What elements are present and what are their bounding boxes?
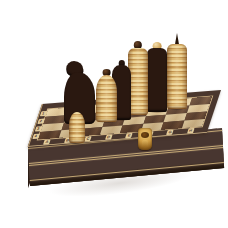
piece-body [167,44,187,109]
piece-body [147,48,167,112]
file-label: A [43,139,51,145]
chess-piece-light-queen [128,41,148,115]
board-square [161,121,184,130]
file-label: H [187,128,195,134]
board-square [38,130,61,139]
brass-clasp [138,128,152,150]
chess-piece-light-king [167,33,187,109]
chess-piece-light-pawn [69,112,85,143]
piece-body [96,75,117,122]
product-photo-chess-set: ABCDEFGH1234 [0,0,228,228]
file-label: E [125,132,133,138]
piece-body [128,48,148,115]
chess-piece-light-bishop [96,69,117,122]
file-label: D [105,134,113,140]
chess-piece-dark-queen [147,42,167,112]
board-square [99,125,122,134]
board-square [181,119,204,128]
file-label: G [166,129,174,135]
piece-body [69,112,85,143]
